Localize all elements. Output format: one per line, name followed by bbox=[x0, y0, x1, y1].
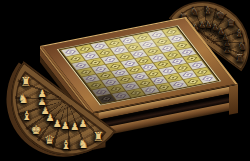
corner-post bbox=[229, 85, 238, 115]
board-field bbox=[60, 27, 218, 104]
scene: ♜♞♝♛♚♝♞♜♟♟♟♟♟♟♟♟ ♜♞♝♛♚♝♞♜♟♟♟♟♟♟♟♟ bbox=[0, 0, 250, 161]
tray-piece-white-r: ♜ bbox=[17, 72, 37, 92]
tray-piece-white-n: ♞ bbox=[14, 89, 34, 109]
